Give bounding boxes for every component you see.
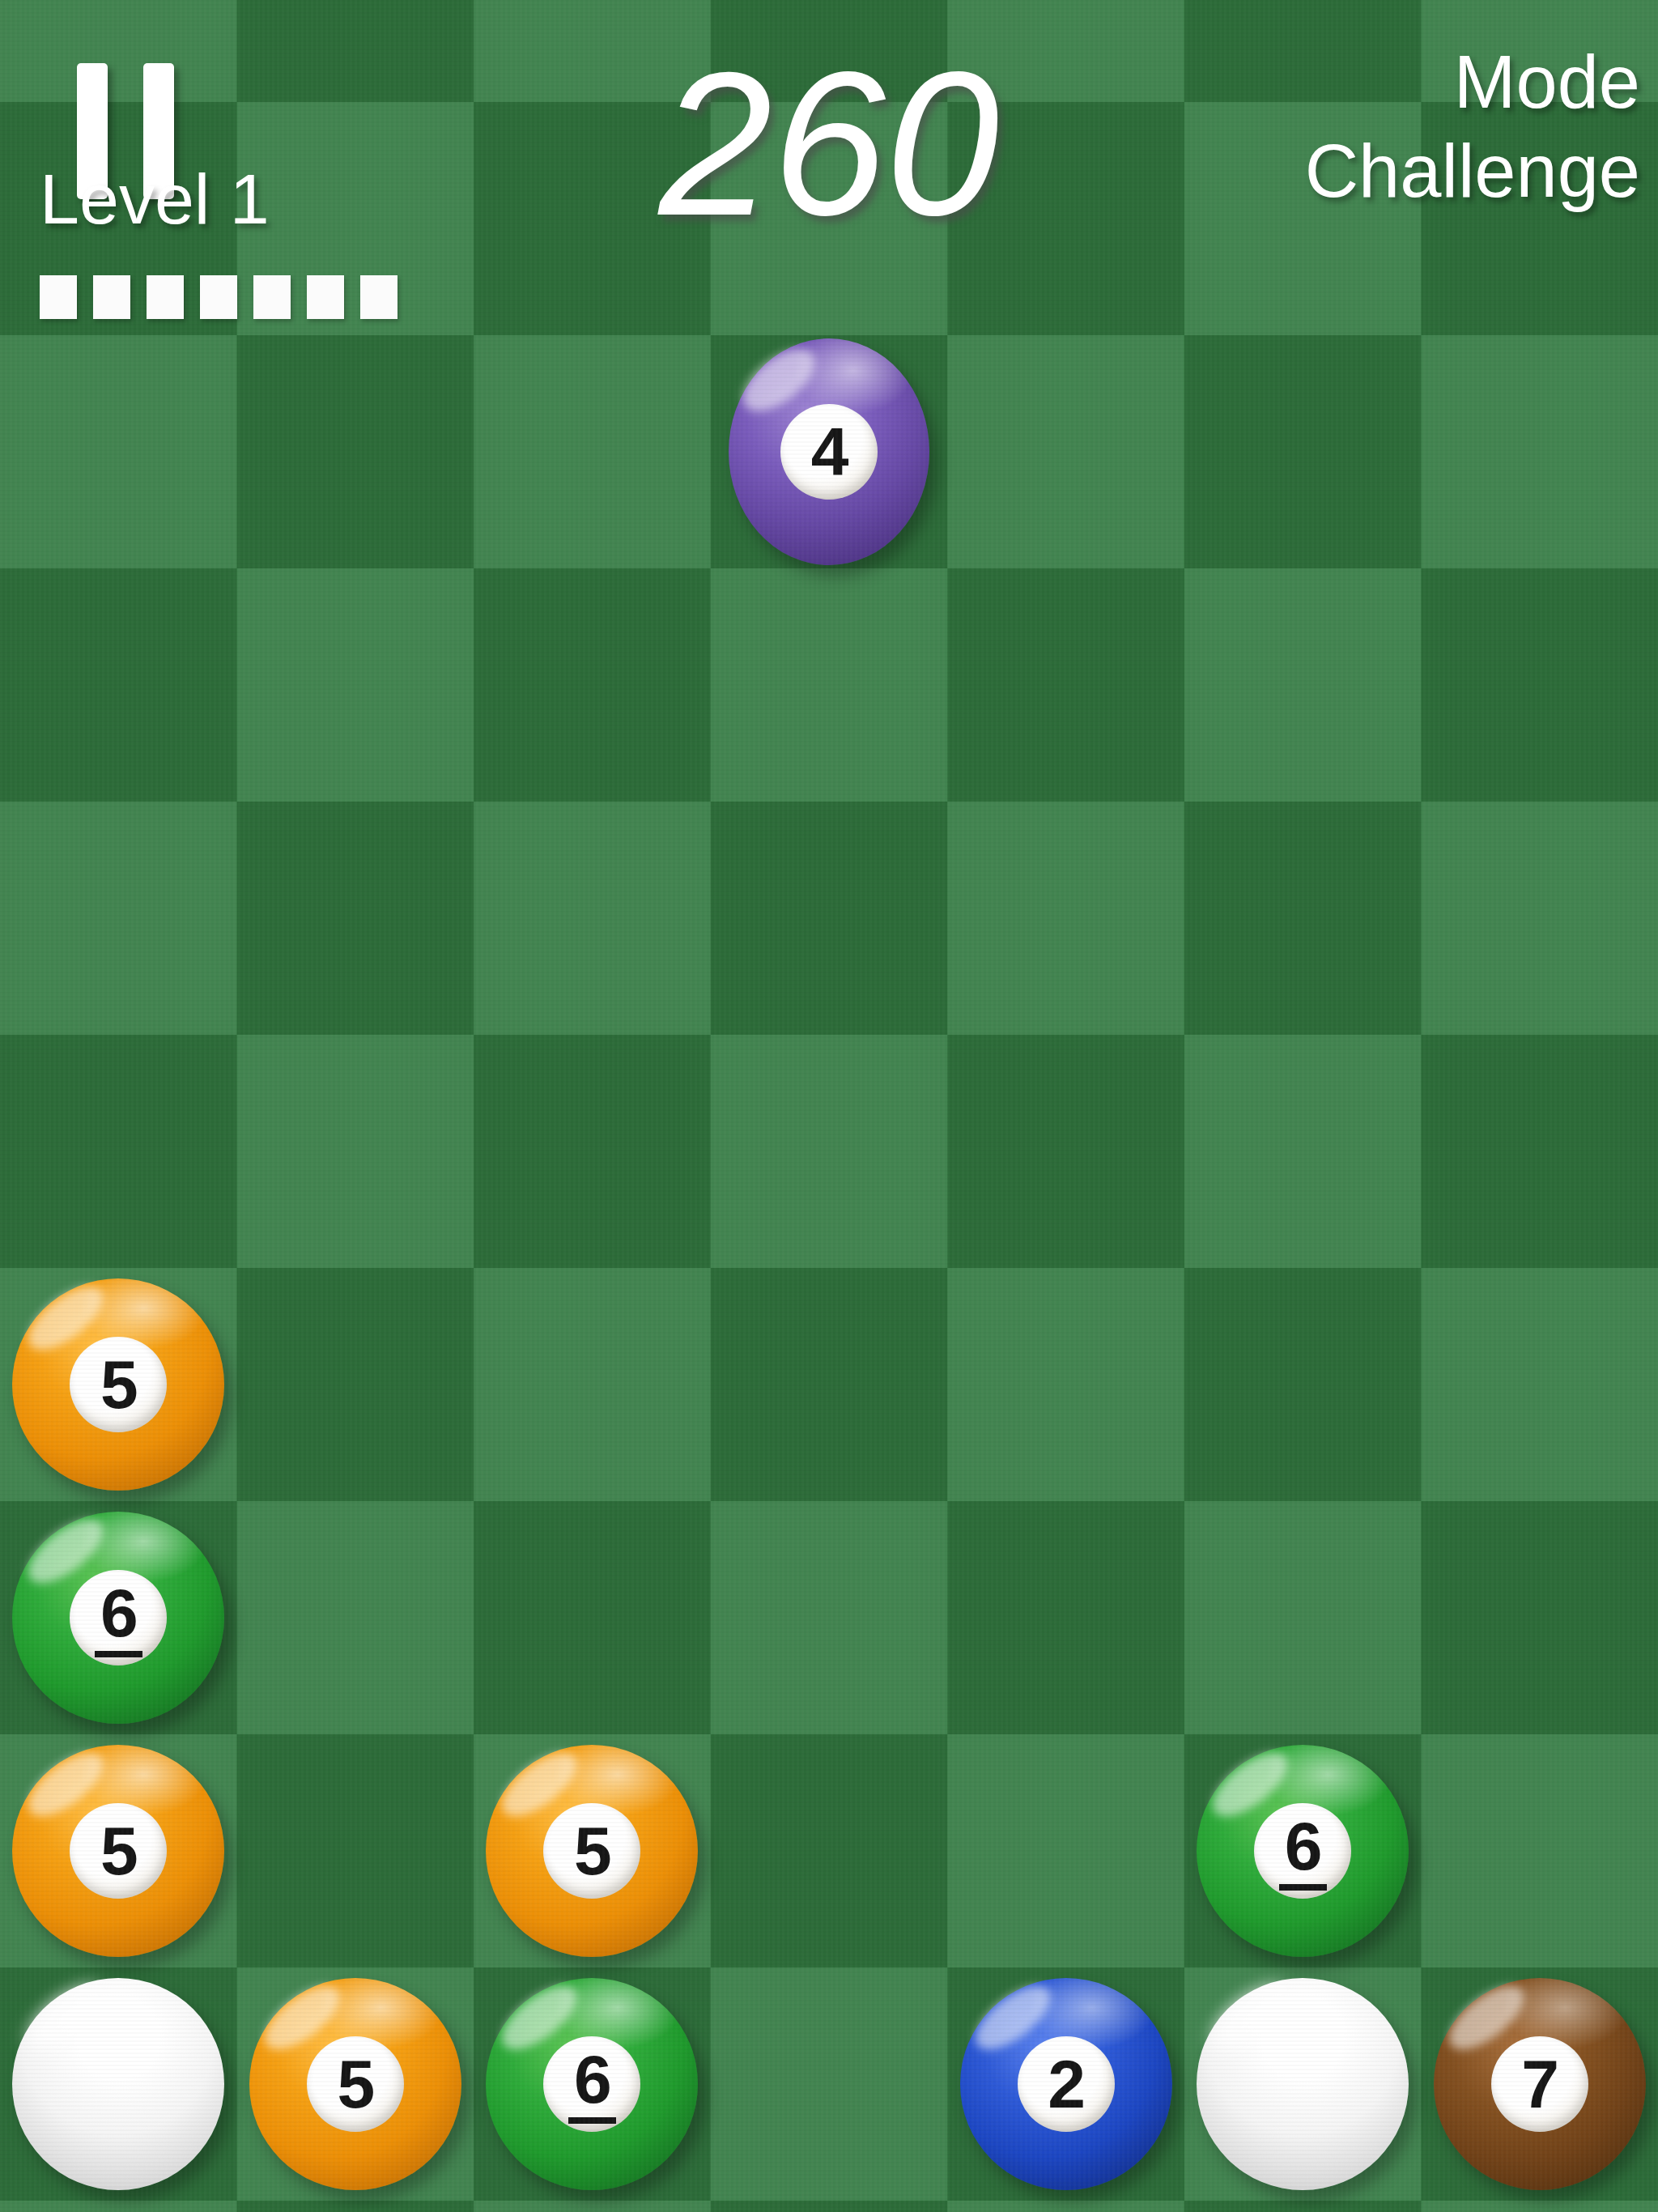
ball-number: 6 [568, 2045, 616, 2124]
ball-number: 6 [1279, 1812, 1327, 1891]
ball-number-circle: 2 [1018, 2036, 1115, 2132]
ball-2[interactable]: 2 [960, 1978, 1172, 2190]
ball-number-circle: 5 [70, 1337, 167, 1432]
mode-value: Challenge [1305, 126, 1640, 215]
ball-number-circle: 7 [1491, 2036, 1588, 2132]
mode-label: Mode [1305, 37, 1640, 126]
ball-number: 5 [337, 2050, 373, 2118]
ball-number: 7 [1521, 2050, 1558, 2118]
mode-indicator: Mode Challenge [1305, 37, 1640, 216]
ball-number: 5 [100, 1817, 137, 1885]
ball-number: 2 [1048, 2050, 1084, 2118]
ball-highlight [18, 1974, 113, 2061]
ball-number: 5 [100, 1351, 137, 1419]
ball-number-circle: 5 [307, 2036, 404, 2132]
ball-number-circle: 6 [70, 1570, 167, 1665]
ball-7[interactable]: 7 [1434, 1978, 1646, 2190]
ball-cue[interactable] [12, 1978, 224, 2190]
ball-number-circle: 4 [780, 404, 878, 500]
progress-cell [200, 275, 237, 319]
progress-cell [93, 275, 130, 319]
ball-number: 6 [95, 1579, 142, 1657]
progress-cell [40, 275, 77, 319]
board[interactable]: 4565565627 [0, 0, 1658, 2212]
ball-5[interactable]: 5 [249, 1978, 461, 2190]
ball-number: 4 [811, 418, 848, 486]
ball-highlight [1202, 1974, 1297, 2061]
score-value: 260 [659, 42, 999, 246]
ball-5[interactable]: 5 [486, 1745, 698, 1957]
game-screen: 4565565627 Level 1 260 Mode Challenge [0, 0, 1658, 2212]
ball-number-circle: 5 [70, 1803, 167, 1899]
progress-cell [360, 275, 397, 319]
progress-cell [253, 275, 291, 319]
ball-5[interactable]: 5 [12, 1745, 224, 1957]
ball-number-circle: 6 [1254, 1803, 1351, 1899]
ball-cue[interactable] [1197, 1978, 1409, 2190]
ball-number-circle: 5 [543, 1803, 640, 1899]
ball-6[interactable]: 6 [1197, 1745, 1409, 1957]
level-progress-bar [40, 275, 397, 319]
level-label: Level 1 [40, 160, 270, 239]
ball-5[interactable]: 5 [12, 1278, 224, 1491]
ball-number: 5 [574, 1817, 610, 1885]
ball-6[interactable]: 6 [486, 1978, 698, 2190]
ball-4[interactable]: 4 [729, 338, 929, 565]
progress-cell [147, 275, 184, 319]
progress-cell [307, 275, 344, 319]
ball-6[interactable]: 6 [12, 1512, 224, 1724]
ball-number-circle: 6 [543, 2036, 640, 2132]
